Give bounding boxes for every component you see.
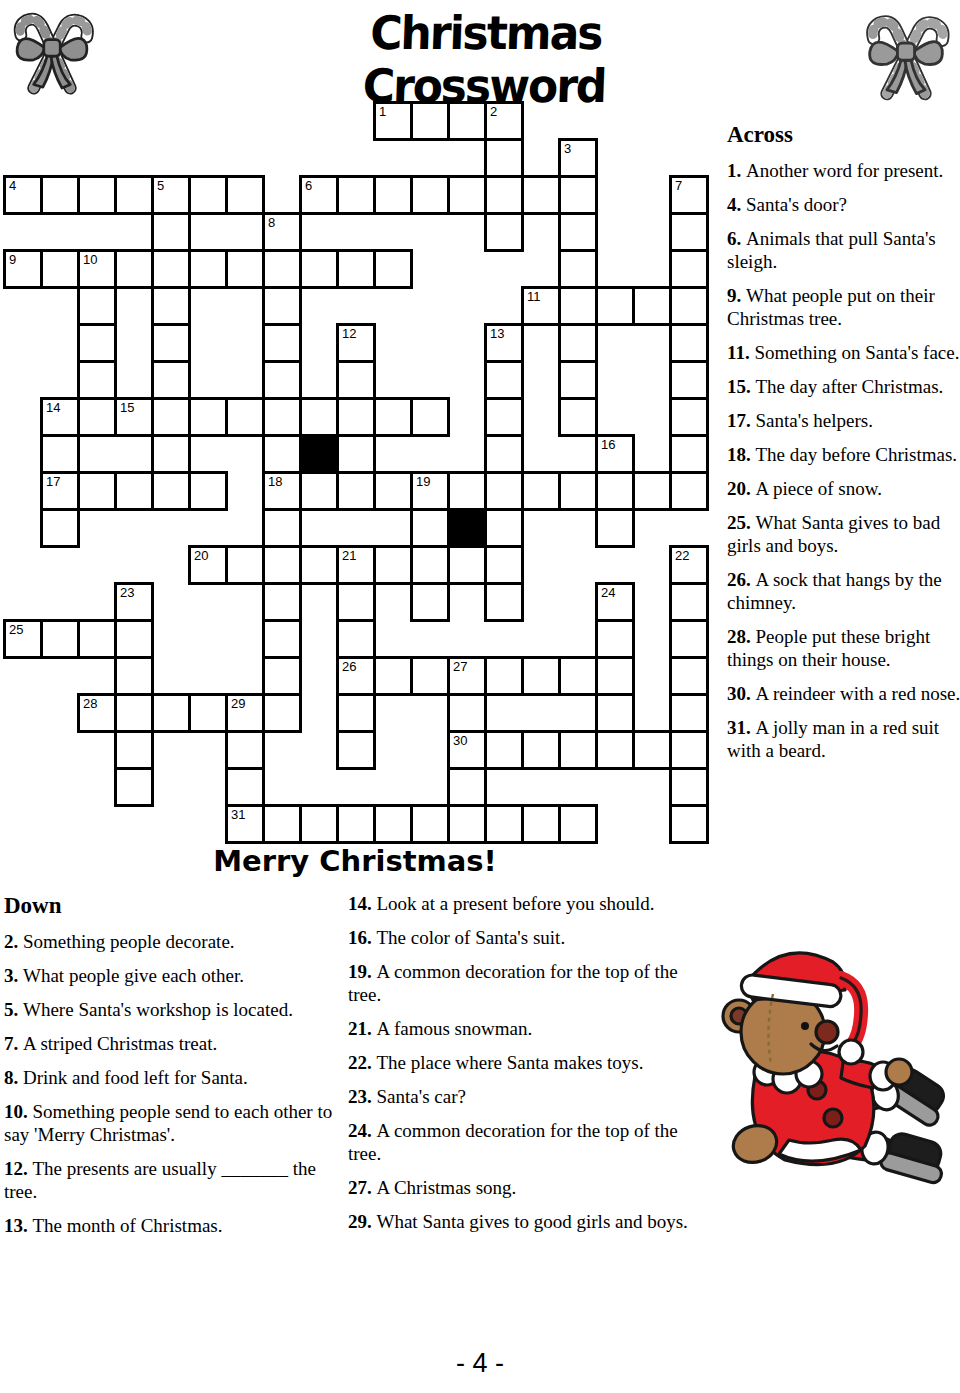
cell-r14c0[interactable]: 25 [3, 619, 43, 659]
cell-r6c13[interactable]: 13 [484, 323, 524, 363]
cell-r2c5[interactable] [188, 175, 228, 215]
cell-number-24: 24 [601, 585, 615, 600]
cell-r6c15[interactable] [558, 323, 598, 363]
worksheet-page: Christmas Crossword 12345678910111213141… [0, 0, 960, 1393]
cell-r3c4[interactable] [151, 212, 191, 252]
cell-r16c6[interactable]: 29 [225, 693, 265, 733]
cell-number-15: 15 [120, 400, 134, 415]
down-clues-column-right: 14. Look at a present before you should.… [348, 893, 706, 1245]
cell-r8c9[interactable] [336, 397, 376, 437]
cell-r12c7[interactable] [262, 545, 302, 585]
cell-r6c7[interactable] [262, 323, 302, 363]
cell-r18c18[interactable] [669, 767, 709, 807]
crossword-grid: 1234567891011121314151617181920212223242… [3, 101, 713, 848]
cell-r17c17[interactable] [632, 730, 672, 770]
cell-number-16: 16 [601, 437, 615, 452]
cell-r9c7[interactable] [262, 434, 302, 474]
cell-r14c2[interactable] [77, 619, 117, 659]
cell-number-30: 30 [453, 733, 467, 748]
cell-r0c13[interactable]: 2 [484, 101, 524, 141]
cell-r4c3[interactable] [114, 249, 154, 289]
cell-r6c4[interactable] [151, 323, 191, 363]
cell-r13c3[interactable]: 23 [114, 582, 154, 622]
cell-r2c6[interactable] [225, 175, 265, 215]
cell-r10c16[interactable] [595, 471, 635, 511]
cell-r10c14[interactable] [521, 471, 561, 511]
cell-r13c16[interactable]: 24 [595, 582, 635, 622]
cell-r5c15[interactable] [558, 286, 598, 326]
cell-number-14: 14 [46, 400, 60, 415]
page-title: Christmas Crossword [243, 5, 727, 112]
cell-r12c5[interactable]: 20 [188, 545, 228, 585]
cell-r2c9[interactable] [336, 175, 376, 215]
cell-r15c9[interactable]: 26 [336, 656, 376, 696]
clue-down-16: 16. The color of Santa's suit. [348, 927, 706, 950]
cell-r3c18[interactable] [669, 212, 709, 252]
clue-across-17: 17. Santa's helpers. [727, 410, 960, 433]
cell-r9c4[interactable] [151, 434, 191, 474]
cell-r4c6[interactable] [225, 249, 265, 289]
cell-r17c9[interactable] [336, 730, 376, 770]
cell-r5c2[interactable] [77, 286, 117, 326]
cell-r7c2[interactable] [77, 360, 117, 400]
cell-r7c18[interactable] [669, 360, 709, 400]
clue-down-19: 19. A common decoration for the top of t… [348, 961, 706, 1007]
cell-r10c17[interactable] [632, 471, 672, 511]
cell-r12c8[interactable] [299, 545, 339, 585]
cell-r10c7[interactable]: 18 [262, 471, 302, 511]
cell-number-21: 21 [342, 548, 356, 563]
cell-r15c15[interactable] [558, 656, 598, 696]
cell-r2c18[interactable]: 7 [669, 175, 709, 215]
clue-across-1: 1. Another word for present. [727, 160, 960, 183]
cell-r13c11[interactable] [410, 582, 450, 622]
cell-r16c18[interactable] [669, 693, 709, 733]
cell-number-26: 26 [342, 659, 356, 674]
cell-r2c15[interactable] [558, 175, 598, 215]
cell-r15c3[interactable] [114, 656, 154, 696]
cell-r6c9[interactable]: 12 [336, 323, 376, 363]
clue-across-6: 6. Animals that pull Santa's sleigh. [727, 228, 960, 274]
cell-r8c4[interactable] [151, 397, 191, 437]
cell-r15c10[interactable] [373, 656, 413, 696]
cell-r8c13[interactable] [484, 397, 524, 437]
cell-number-4: 4 [9, 178, 16, 193]
cell-r2c11[interactable] [410, 175, 450, 215]
cell-r16c5[interactable] [188, 693, 228, 733]
cell-r10c4[interactable] [151, 471, 191, 511]
cell-number-8: 8 [268, 215, 275, 230]
cell-r8c5[interactable] [188, 397, 228, 437]
cell-number-23: 23 [120, 585, 134, 600]
cell-r14c1[interactable] [40, 619, 80, 659]
cell-r17c18[interactable] [669, 730, 709, 770]
cell-r9c13[interactable] [484, 434, 524, 474]
cell-r9c16[interactable]: 16 [595, 434, 635, 474]
cell-r12c18[interactable]: 22 [669, 545, 709, 585]
across-header: Across [727, 122, 960, 148]
clue-across-4: 4. Santa's door? [727, 194, 960, 217]
cell-r19c11[interactable] [410, 804, 450, 844]
cell-r9c18[interactable] [669, 434, 709, 474]
cell-number-25: 25 [9, 622, 23, 637]
cell-number-13: 13 [490, 326, 504, 341]
clue-down-13: 13. The month of Christmas. [4, 1215, 338, 1238]
cell-r19c8[interactable] [299, 804, 339, 844]
candy-canes-icon [6, 4, 98, 100]
cell-number-5: 5 [157, 178, 164, 193]
cell-number-2: 2 [490, 104, 497, 119]
cell-r12c13[interactable] [484, 545, 524, 585]
cell-r14c7[interactable] [262, 619, 302, 659]
cell-r2c8[interactable]: 6 [299, 175, 339, 215]
cell-r8c11[interactable] [410, 397, 450, 437]
cell-r4c8[interactable] [299, 249, 339, 289]
cell-r1c13[interactable] [484, 138, 524, 178]
clue-down-8: 8. Drink and food left for Santa. [4, 1067, 338, 1090]
cell-r8c7[interactable] [262, 397, 302, 437]
cell-r10c12[interactable] [447, 471, 487, 511]
cell-r11c7[interactable] [262, 508, 302, 548]
cell-number-28: 28 [83, 696, 97, 711]
clue-across-11: 11. Something on Santa's face. [727, 342, 960, 365]
cell-r11c16[interactable] [595, 508, 635, 548]
cell-r14c9[interactable] [336, 619, 376, 659]
cell-r4c5[interactable] [188, 249, 228, 289]
cell-r10c10[interactable] [373, 471, 413, 511]
cell-number-9: 9 [9, 252, 16, 267]
cell-r0c10[interactable]: 1 [373, 101, 413, 141]
clue-down-27: 27. A Christmas song. [348, 1177, 706, 1200]
cell-r2c13[interactable] [484, 175, 524, 215]
cell-number-10: 10 [83, 252, 97, 267]
santa-teddy-bear-icon [693, 948, 959, 1220]
cell-r10c15[interactable] [558, 471, 598, 511]
cell-r8c3[interactable]: 15 [114, 397, 154, 437]
clue-across-18: 18. The day before Christmas. [727, 444, 960, 467]
cell-r3c7[interactable]: 8 [262, 212, 302, 252]
cell-r13c13[interactable] [484, 582, 524, 622]
cell-number-11: 11 [527, 289, 541, 304]
clue-down-2: 2. Something people decorate. [4, 931, 338, 954]
clue-down-21: 21. A famous snowman. [348, 1018, 706, 1041]
cell-r10c3[interactable] [114, 471, 154, 511]
cell-number-18: 18 [268, 474, 282, 489]
cell-r4c2[interactable]: 10 [77, 249, 117, 289]
cell-r14c18[interactable] [669, 619, 709, 659]
cell-r8c6[interactable] [225, 397, 265, 437]
cell-r2c12[interactable] [447, 175, 487, 215]
cell-r2c14[interactable] [521, 175, 561, 215]
cell-r12c11[interactable] [410, 545, 450, 585]
cell-r16c9[interactable] [336, 693, 376, 733]
cell-r9c1[interactable] [40, 434, 80, 474]
cell-r14c3[interactable] [114, 619, 154, 659]
cell-r5c18[interactable] [669, 286, 709, 326]
merry-christmas-text: Merry Christmas! [195, 844, 515, 878]
cell-r16c12[interactable] [447, 693, 487, 733]
cell-r2c2[interactable] [77, 175, 117, 215]
clue-across-28: 28. People put these bright things on th… [727, 626, 960, 672]
cell-r2c10[interactable] [373, 175, 413, 215]
cell-r17c3[interactable] [114, 730, 154, 770]
cell-r19c13[interactable] [484, 804, 524, 844]
cell-r2c1[interactable] [40, 175, 80, 215]
clue-down-24: 24. A common decoration for the top of t… [348, 1120, 706, 1166]
cell-r11c11[interactable] [410, 508, 450, 548]
page-number: - 4 - [0, 1348, 960, 1379]
cell-r8c15[interactable] [558, 397, 598, 437]
cell-r18c3[interactable] [114, 767, 154, 807]
cell-r4c4[interactable] [151, 249, 191, 289]
cell-number-12: 12 [342, 326, 356, 341]
clue-across-30: 30. A reindeer with a red nose. [727, 683, 960, 706]
clue-down-12: 12. The presents are usually _______ the… [4, 1158, 338, 1204]
cell-r10c1[interactable]: 17 [40, 471, 80, 511]
cell-r16c16[interactable] [595, 693, 635, 733]
cell-r0c12[interactable] [447, 101, 487, 141]
cell-r7c4[interactable] [151, 360, 191, 400]
cell-number-6: 6 [305, 178, 312, 193]
clue-across-20: 20. A piece of snow. [727, 478, 960, 501]
cell-r0c11[interactable] [410, 101, 450, 141]
across-clues-column: Across 1. Another word for present.4. Sa… [727, 122, 960, 774]
cell-r2c4[interactable]: 5 [151, 175, 191, 215]
cell-r4c0[interactable]: 9 [3, 249, 43, 289]
cell-r12c6[interactable] [225, 545, 265, 585]
cell-r15c11[interactable] [410, 656, 450, 696]
cell-r18c6[interactable] [225, 767, 265, 807]
cell-r16c4[interactable] [151, 693, 191, 733]
cell-r18c12[interactable] [447, 767, 487, 807]
clue-across-15: 15. The day after Christmas. [727, 376, 960, 399]
cell-number-31: 31 [231, 807, 245, 822]
candy-canes-icon [858, 6, 954, 106]
cell-r4c18[interactable] [669, 249, 709, 289]
clue-across-26: 26. A sock that hangs by the chimney. [727, 569, 960, 615]
cell-r13c7[interactable] [262, 582, 302, 622]
cell-number-19: 19 [416, 474, 430, 489]
cell-r13c18[interactable] [669, 582, 709, 622]
cell-r1c15[interactable]: 3 [558, 138, 598, 178]
cell-r13c9[interactable] [336, 582, 376, 622]
cell-r19c14[interactable] [521, 804, 561, 844]
cell-number-7: 7 [675, 178, 682, 193]
cell-r4c7[interactable] [262, 249, 302, 289]
black-cell-r11c12 [447, 508, 487, 548]
cell-r17c13[interactable] [484, 730, 524, 770]
cell-r8c8[interactable] [299, 397, 339, 437]
cell-r11c1[interactable] [40, 508, 80, 548]
cell-r10c2[interactable] [77, 471, 117, 511]
cell-r15c18[interactable] [669, 656, 709, 696]
cell-r19c15[interactable] [558, 804, 598, 844]
clue-across-31: 31. A jolly man in a red suit with a bea… [727, 717, 960, 763]
cell-r17c6[interactable] [225, 730, 265, 770]
cell-r12c12[interactable] [447, 545, 487, 585]
cell-r5c14[interactable]: 11 [521, 286, 561, 326]
cell-r17c16[interactable] [595, 730, 635, 770]
cell-r5c4[interactable] [151, 286, 191, 326]
clue-down-23: 23. Santa's car? [348, 1086, 706, 1109]
cell-number-3: 3 [564, 141, 571, 156]
cell-number-29: 29 [231, 696, 245, 711]
clue-down-29: 29. What Santa gives to good girls and b… [348, 1211, 706, 1234]
cell-r10c18[interactable] [669, 471, 709, 511]
cell-r10c11[interactable]: 19 [410, 471, 450, 511]
cell-r8c2[interactable] [77, 397, 117, 437]
cell-r2c3[interactable] [114, 175, 154, 215]
cell-r19c12[interactable] [447, 804, 487, 844]
cell-r7c9[interactable] [336, 360, 376, 400]
cell-r4c10[interactable] [373, 249, 413, 289]
cell-number-1: 1 [379, 104, 386, 119]
cell-r5c7[interactable] [262, 286, 302, 326]
clue-down-7: 7. A striped Christmas treat. [4, 1033, 338, 1056]
cell-r10c9[interactable] [336, 471, 376, 511]
black-cell-r9c8 [299, 434, 339, 474]
clue-down-3: 3. What people give each other. [4, 965, 338, 988]
clue-across-25: 25. What Santa gives to bad girls and bo… [727, 512, 960, 558]
cell-r19c6[interactable]: 31 [225, 804, 265, 844]
down-clues-column-left: Down 2. Something people decorate.3. Wha… [4, 893, 338, 1249]
cell-r19c10[interactable] [373, 804, 413, 844]
cell-r19c7[interactable] [262, 804, 302, 844]
cell-number-17: 17 [46, 474, 60, 489]
cell-r5c16[interactable] [595, 286, 635, 326]
cell-r6c18[interactable] [669, 323, 709, 363]
cell-r3c15[interactable] [558, 212, 598, 252]
cell-r8c18[interactable] [669, 397, 709, 437]
cell-r16c2[interactable]: 28 [77, 693, 117, 733]
cell-r17c12[interactable]: 30 [447, 730, 487, 770]
cell-r12c9[interactable]: 21 [336, 545, 376, 585]
cell-r10c13[interactable] [484, 471, 524, 511]
cell-r8c10[interactable] [373, 397, 413, 437]
cell-r15c16[interactable] [595, 656, 635, 696]
cell-r2c0[interactable]: 4 [3, 175, 43, 215]
cell-r15c13[interactable] [484, 656, 524, 696]
cell-r19c18[interactable] [669, 804, 709, 844]
cell-r4c9[interactable] [336, 249, 376, 289]
cell-r7c13[interactable] [484, 360, 524, 400]
cell-r11c13[interactable] [484, 508, 524, 548]
cell-r8c1[interactable]: 14 [40, 397, 80, 437]
cell-r10c8[interactable] [299, 471, 339, 511]
cell-r12c10[interactable] [373, 545, 413, 585]
cell-r19c9[interactable] [336, 804, 376, 844]
clue-across-9: 9. What people put on their Christmas tr… [727, 285, 960, 331]
cell-r7c15[interactable] [558, 360, 598, 400]
cell-r15c12[interactable]: 27 [447, 656, 487, 696]
cell-r17c14[interactable] [521, 730, 561, 770]
cell-r17c15[interactable] [558, 730, 598, 770]
clue-down-22: 22. The place where Santa makes toys. [348, 1052, 706, 1075]
cell-r3c13[interactable] [484, 212, 524, 252]
cell-r16c7[interactable] [262, 693, 302, 733]
clue-down-5: 5. Where Santa's workshop is located. [4, 999, 338, 1022]
cell-r7c7[interactable] [262, 360, 302, 400]
cell-r5c17[interactable] [632, 286, 672, 326]
cell-r15c7[interactable] [262, 656, 302, 696]
cell-r9c9[interactable] [336, 434, 376, 474]
cell-number-20: 20 [194, 548, 208, 563]
cell-r4c1[interactable] [40, 249, 80, 289]
cell-r6c2[interactable] [77, 323, 117, 363]
cell-r15c14[interactable] [521, 656, 561, 696]
cell-r4c15[interactable] [558, 249, 598, 289]
down-header: Down [4, 893, 338, 919]
cell-number-27: 27 [453, 659, 467, 674]
cell-r14c16[interactable] [595, 619, 635, 659]
cell-r10c5[interactable] [188, 471, 228, 511]
cell-r16c3[interactable] [114, 693, 154, 733]
clue-down-14: 14. Look at a present before you should. [348, 893, 706, 916]
clue-down-10: 10. Something people send to each other … [4, 1101, 338, 1147]
cell-number-22: 22 [675, 548, 689, 563]
